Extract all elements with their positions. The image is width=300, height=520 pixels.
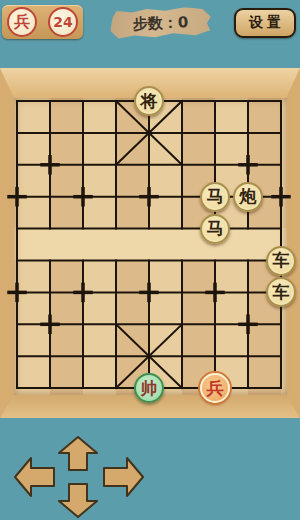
level-count-value: 24 bbox=[53, 14, 72, 30]
settings-button[interactable]: 设置 bbox=[234, 8, 296, 38]
steps-label: 步数： bbox=[132, 13, 178, 34]
level-count-token: 24 bbox=[48, 7, 78, 37]
dpad-down-arrow[interactable] bbox=[59, 484, 97, 517]
piece-black-general[interactable]: 将 bbox=[134, 86, 164, 116]
level-piece-token: 兵 bbox=[7, 7, 37, 37]
piece-black-chariot[interactable]: 车 bbox=[266, 246, 296, 276]
steps-value: 0 bbox=[177, 13, 188, 31]
piece-black-horse[interactable]: 马 bbox=[200, 214, 230, 244]
piece-red-general[interactable]: 帅 bbox=[134, 373, 164, 403]
dpad bbox=[14, 436, 144, 518]
piece-black-cannon[interactable]: 炮 bbox=[233, 182, 263, 212]
app-root: 兵 24 步数：0 设置 将马炮马车车帅兵 bbox=[0, 0, 300, 520]
piece-red-soldier[interactable]: 兵 bbox=[200, 373, 230, 403]
piece-black-horse[interactable]: 马 bbox=[200, 182, 230, 212]
level-badge: 兵 24 bbox=[2, 5, 83, 39]
dpad-right-arrow[interactable] bbox=[104, 458, 143, 496]
dpad-left-arrow[interactable] bbox=[15, 458, 54, 496]
steps-counter: 步数：0 bbox=[110, 6, 212, 40]
board-grid bbox=[16, 100, 282, 390]
level-piece-label: 兵 bbox=[14, 12, 30, 33]
dpad-up-arrow[interactable] bbox=[59, 437, 97, 470]
